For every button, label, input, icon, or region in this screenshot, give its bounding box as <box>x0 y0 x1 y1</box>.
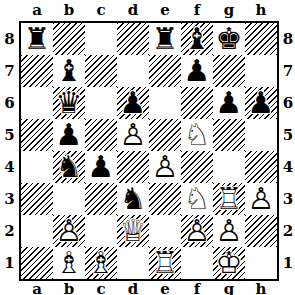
square-f4[interactable] <box>181 151 213 183</box>
square-e5[interactable] <box>149 119 181 151</box>
piece-glyph: ♟ <box>53 119 85 151</box>
piece-glyph: ♕ <box>117 215 149 247</box>
square-h8[interactable] <box>245 23 277 55</box>
rank-label-8: 8 <box>281 23 295 55</box>
square-b1[interactable]: ♝♗ <box>53 247 85 279</box>
black-bishop: ♝♝ <box>53 55 85 87</box>
square-d2[interactable]: ♛♕ <box>117 215 149 247</box>
square-c6[interactable] <box>85 87 117 119</box>
square-d3[interactable]: ♞♞ <box>117 183 149 215</box>
piece-glyph: ♛ <box>53 87 85 119</box>
white-bishop: ♝♗ <box>53 247 85 279</box>
rank-labels-left: 87654321 <box>0 23 19 279</box>
white-rook: ♜♖ <box>149 247 181 279</box>
square-g5[interactable] <box>213 119 245 151</box>
file-label-g: g <box>213 280 245 295</box>
rank-label-2: 2 <box>281 215 295 247</box>
square-e8[interactable]: ♜♜ <box>149 23 181 55</box>
square-e4[interactable]: ♟♙ <box>149 151 181 183</box>
white-pawn: ♟♙ <box>53 215 85 247</box>
white-knight: ♞♘ <box>181 183 213 215</box>
piece-glyph: ♜ <box>21 23 53 55</box>
rank-label-5: 5 <box>281 119 295 151</box>
square-a2[interactable] <box>21 215 53 247</box>
piece-glyph: ♝ <box>181 23 213 55</box>
file-label-e: e <box>149 0 181 20</box>
square-b4[interactable]: ♞♞ <box>53 151 85 183</box>
file-label-g: g <box>213 0 245 20</box>
piece-glyph: ♖ <box>149 247 181 279</box>
square-d4[interactable] <box>117 151 149 183</box>
square-a4[interactable] <box>21 151 53 183</box>
square-b6[interactable]: ♛♛ <box>53 87 85 119</box>
piece-glyph: ♝ <box>53 55 85 87</box>
square-c4[interactable]: ♟♟ <box>85 151 117 183</box>
file-labels-top: abcdefgh <box>21 0 277 20</box>
rank-label-8: 8 <box>0 23 19 55</box>
black-king: ♚♚ <box>213 23 245 55</box>
file-label-h: h <box>245 280 277 295</box>
white-knight: ♞♘ <box>181 119 213 151</box>
file-labels-bottom: abcdefgh <box>21 280 277 295</box>
square-g4[interactable] <box>213 151 245 183</box>
square-d7[interactable] <box>117 55 149 87</box>
piece-glyph: ♔ <box>213 247 245 279</box>
rank-label-1: 1 <box>0 247 19 279</box>
file-label-h: h <box>245 0 277 20</box>
white-pawn: ♟♙ <box>149 151 181 183</box>
file-label-d: d <box>117 280 149 295</box>
square-h6[interactable]: ♟♟ <box>245 87 277 119</box>
square-h3[interactable]: ♟♙ <box>245 183 277 215</box>
white-pawn: ♟♙ <box>181 215 213 247</box>
square-g3[interactable]: ♜♖ <box>213 183 245 215</box>
square-e3[interactable] <box>149 183 181 215</box>
square-b8[interactable] <box>53 23 85 55</box>
square-g8[interactable]: ♚♚ <box>213 23 245 55</box>
square-g2[interactable]: ♟♙ <box>213 215 245 247</box>
rank-labels-right: 87654321 <box>281 23 295 279</box>
rank-label-4: 4 <box>281 151 295 183</box>
piece-glyph: ♚ <box>213 23 245 55</box>
file-label-f: f <box>181 0 213 20</box>
file-label-e: e <box>149 280 181 295</box>
piece-glyph: ♙ <box>149 151 181 183</box>
square-f6[interactable] <box>181 87 213 119</box>
white-bishop: ♝♗ <box>85 247 117 279</box>
rank-label-7: 7 <box>0 55 19 87</box>
rank-label-5: 5 <box>0 119 19 151</box>
square-e1[interactable]: ♜♖ <box>149 247 181 279</box>
black-knight: ♞♞ <box>53 151 85 183</box>
rank-label-6: 6 <box>0 87 19 119</box>
square-e7[interactable] <box>149 55 181 87</box>
black-bishop: ♝♝ <box>181 23 213 55</box>
piece-glyph: ♖ <box>213 183 245 215</box>
square-a5[interactable] <box>21 119 53 151</box>
square-b2[interactable]: ♟♙ <box>53 215 85 247</box>
square-c8[interactable] <box>85 23 117 55</box>
piece-glyph: ♙ <box>117 119 149 151</box>
black-rook: ♜♜ <box>21 23 53 55</box>
chess-diagram: abcdefgh 87654321 87654321 abcdefgh ♜♜♜♜… <box>0 0 295 295</box>
black-pawn: ♟♟ <box>213 87 245 119</box>
piece-glyph: ♟ <box>85 151 117 183</box>
square-f8[interactable]: ♝♝ <box>181 23 213 55</box>
piece-glyph: ♟ <box>181 55 213 87</box>
piece-glyph: ♜ <box>149 23 181 55</box>
file-label-b: b <box>53 280 85 295</box>
square-c7[interactable] <box>85 55 117 87</box>
black-pawn: ♟♟ <box>53 119 85 151</box>
rank-label-6: 6 <box>281 87 295 119</box>
white-pawn: ♟♙ <box>117 119 149 151</box>
square-f7[interactable]: ♟♟ <box>181 55 213 87</box>
piece-glyph: ♘ <box>181 119 213 151</box>
square-f3[interactable]: ♞♘ <box>181 183 213 215</box>
square-e6[interactable] <box>149 87 181 119</box>
square-d1[interactable] <box>117 247 149 279</box>
black-pawn: ♟♟ <box>117 87 149 119</box>
file-label-c: c <box>85 280 117 295</box>
black-rook: ♜♜ <box>149 23 181 55</box>
rank-label-3: 3 <box>0 183 19 215</box>
piece-glyph: ♙ <box>181 215 213 247</box>
square-b3[interactable] <box>53 183 85 215</box>
file-label-f: f <box>181 280 213 295</box>
rank-label-4: 4 <box>0 151 19 183</box>
square-b7[interactable]: ♝♝ <box>53 55 85 87</box>
square-c5[interactable] <box>85 119 117 151</box>
square-a8[interactable]: ♜♜ <box>21 23 53 55</box>
piece-glyph: ♟ <box>245 87 277 119</box>
square-g7[interactable] <box>213 55 245 87</box>
black-pawn: ♟♟ <box>85 151 117 183</box>
piece-glyph: ♙ <box>53 215 85 247</box>
piece-glyph: ♙ <box>245 183 277 215</box>
square-a7[interactable] <box>21 55 53 87</box>
square-a6[interactable] <box>21 87 53 119</box>
piece-glyph: ♞ <box>53 151 85 183</box>
square-h4[interactable] <box>245 151 277 183</box>
white-queen: ♛♕ <box>117 215 149 247</box>
black-pawn: ♟♟ <box>245 87 277 119</box>
white-pawn: ♟♙ <box>213 215 245 247</box>
square-c1[interactable]: ♝♗ <box>85 247 117 279</box>
square-a3[interactable] <box>21 183 53 215</box>
square-e2[interactable] <box>149 215 181 247</box>
black-queen: ♛♛ <box>53 87 85 119</box>
white-king: ♚♔ <box>213 247 245 279</box>
rank-label-2: 2 <box>0 215 19 247</box>
white-rook: ♜♖ <box>213 183 245 215</box>
rank-label-1: 1 <box>281 247 295 279</box>
piece-glyph: ♟ <box>213 87 245 119</box>
square-d6[interactable]: ♟♟ <box>117 87 149 119</box>
square-h2[interactable] <box>245 215 277 247</box>
square-c3[interactable] <box>85 183 117 215</box>
file-label-c: c <box>85 0 117 20</box>
square-h1[interactable] <box>245 247 277 279</box>
piece-glyph: ♘ <box>181 183 213 215</box>
square-f1[interactable] <box>181 247 213 279</box>
square-d5[interactable]: ♟♙ <box>117 119 149 151</box>
chess-board: ♜♜♜♜♝♝♚♚♝♝♟♟♛♛♟♟♟♟♟♟♟♟♟♙♞♘♞♞♟♟♟♙♞♞♞♘♜♖♟♙… <box>19 21 279 281</box>
rank-label-3: 3 <box>281 183 295 215</box>
white-pawn: ♟♙ <box>245 183 277 215</box>
file-label-a: a <box>21 0 53 20</box>
piece-glyph: ♗ <box>85 247 117 279</box>
square-a1[interactable] <box>21 247 53 279</box>
square-g6[interactable]: ♟♟ <box>213 87 245 119</box>
piece-glyph: ♙ <box>213 215 245 247</box>
square-d8[interactable] <box>117 23 149 55</box>
rank-label-7: 7 <box>281 55 295 87</box>
piece-glyph: ♟ <box>117 87 149 119</box>
square-c2[interactable] <box>85 215 117 247</box>
file-label-d: d <box>117 0 149 20</box>
square-h5[interactable] <box>245 119 277 151</box>
file-label-b: b <box>53 0 85 20</box>
file-label-a: a <box>21 280 53 295</box>
black-knight: ♞♞ <box>117 183 149 215</box>
piece-glyph: ♞ <box>117 183 149 215</box>
square-f2[interactable]: ♟♙ <box>181 215 213 247</box>
piece-glyph: ♗ <box>53 247 85 279</box>
square-b5[interactable]: ♟♟ <box>53 119 85 151</box>
black-pawn: ♟♟ <box>181 55 213 87</box>
square-g1[interactable]: ♚♔ <box>213 247 245 279</box>
square-f5[interactable]: ♞♘ <box>181 119 213 151</box>
square-h7[interactable] <box>245 55 277 87</box>
